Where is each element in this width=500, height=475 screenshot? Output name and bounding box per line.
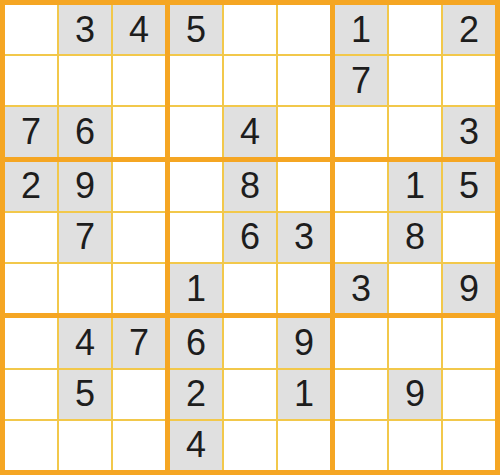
cell-r8c2: 5 [59,370,111,419]
cell-r6c4: 1 [170,264,222,313]
box-r3c1: 475 [5,318,165,470]
cell-r7c1[interactable] [5,318,57,367]
cell-r2c6[interactable] [278,56,330,105]
box-r1c1: 3476 [5,5,165,157]
cell-r8c9[interactable] [443,370,495,419]
cell-r9c6[interactable] [278,421,330,470]
cell-r5c3[interactable] [113,213,165,262]
cell-r4c4[interactable] [170,162,222,211]
cell-r3c1: 7 [5,107,57,156]
cell-r8c4: 2 [170,370,222,419]
cell-r8c6: 1 [278,370,330,419]
cell-r6c8[interactable] [389,264,441,313]
cell-r2c8[interactable] [389,56,441,105]
sudoku-board: 3476541273297863115839475692149 [0,0,500,475]
cell-r5c8: 8 [389,213,441,262]
cell-r7c2: 4 [59,318,111,367]
cell-r4c1: 2 [5,162,57,211]
cell-r7c6: 9 [278,318,330,367]
cell-r7c7[interactable] [335,318,387,367]
cell-r6c6[interactable] [278,264,330,313]
cell-r3c6[interactable] [278,107,330,156]
cell-r9c5[interactable] [224,421,276,470]
cell-r3c9: 3 [443,107,495,156]
cell-r9c4: 4 [170,421,222,470]
cell-r4c3[interactable] [113,162,165,211]
cell-r6c1[interactable] [5,264,57,313]
cell-r6c5[interactable] [224,264,276,313]
box-r1c2: 54 [170,5,330,157]
cell-r6c7: 3 [335,264,387,313]
cell-r3c4[interactable] [170,107,222,156]
cell-r6c9: 9 [443,264,495,313]
cell-r2c1[interactable] [5,56,57,105]
cell-r5c6: 3 [278,213,330,262]
cell-r5c9[interactable] [443,213,495,262]
cell-r1c6[interactable] [278,5,330,54]
cell-r9c2[interactable] [59,421,111,470]
cell-r3c7[interactable] [335,107,387,156]
cell-r8c1[interactable] [5,370,57,419]
cell-r2c2[interactable] [59,56,111,105]
cell-r9c8[interactable] [389,421,441,470]
cell-r7c5[interactable] [224,318,276,367]
cell-r3c2: 6 [59,107,111,156]
cell-r1c3: 4 [113,5,165,54]
cell-r8c8: 9 [389,370,441,419]
cell-r5c5: 6 [224,213,276,262]
cell-r3c8[interactable] [389,107,441,156]
cell-r1c9: 2 [443,5,495,54]
cell-r1c2: 3 [59,5,111,54]
cell-r4c6[interactable] [278,162,330,211]
cell-r5c2: 7 [59,213,111,262]
cell-r3c3[interactable] [113,107,165,156]
cell-r5c7[interactable] [335,213,387,262]
cell-r8c3[interactable] [113,370,165,419]
cell-r8c7[interactable] [335,370,387,419]
cell-r9c7[interactable] [335,421,387,470]
cell-r8c5[interactable] [224,370,276,419]
cell-r4c8: 1 [389,162,441,211]
cell-r6c3[interactable] [113,264,165,313]
cell-r4c2: 9 [59,162,111,211]
cell-r4c9: 5 [443,162,495,211]
cell-r2c4[interactable] [170,56,222,105]
box-r1c3: 1273 [335,5,495,157]
cell-r4c7[interactable] [335,162,387,211]
cell-r7c9[interactable] [443,318,495,367]
cell-r5c4[interactable] [170,213,222,262]
cell-r7c3: 7 [113,318,165,367]
cell-r1c8[interactable] [389,5,441,54]
cell-r7c8[interactable] [389,318,441,367]
cell-r2c9[interactable] [443,56,495,105]
cell-r6c2[interactable] [59,264,111,313]
box-r3c2: 69214 [170,318,330,470]
cell-r2c3[interactable] [113,56,165,105]
cell-r1c4: 5 [170,5,222,54]
cell-r2c5[interactable] [224,56,276,105]
cell-r1c7: 1 [335,5,387,54]
box-r2c3: 15839 [335,162,495,314]
cell-r2c7: 7 [335,56,387,105]
box-r2c2: 8631 [170,162,330,314]
cell-r9c9[interactable] [443,421,495,470]
cell-r1c1[interactable] [5,5,57,54]
cell-r4c5: 8 [224,162,276,211]
cell-r5c1[interactable] [5,213,57,262]
cell-r9c3[interactable] [113,421,165,470]
cell-r9c1[interactable] [5,421,57,470]
box-r2c1: 297 [5,162,165,314]
cell-r3c5: 4 [224,107,276,156]
box-r3c3: 9 [335,318,495,470]
cell-r1c5[interactable] [224,5,276,54]
cell-r7c4: 6 [170,318,222,367]
